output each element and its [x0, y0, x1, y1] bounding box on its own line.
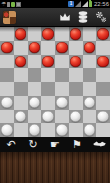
white-piece[interactable] [1, 97, 13, 109]
square-b6[interactable] [14, 55, 28, 69]
square-h5[interactable] [96, 68, 110, 82]
square-e4[interactable] [55, 82, 69, 96]
white-piece[interactable] [56, 124, 68, 136]
square-d7[interactable] [41, 41, 55, 55]
square-b8[interactable] [14, 27, 28, 41]
square-f4[interactable] [69, 82, 83, 96]
signal-icon [75, 1, 81, 7]
game-toolbar: ↶ ↻ ☛ ⚑ [0, 137, 110, 152]
square-d2[interactable] [41, 110, 55, 124]
red-piece[interactable] [97, 28, 109, 40]
red-piece[interactable] [15, 28, 27, 40]
red-piece[interactable] [56, 42, 68, 54]
white-piece[interactable] [42, 111, 54, 123]
square-g7[interactable] [83, 41, 97, 55]
white-piece[interactable] [84, 124, 96, 136]
white-piece[interactable] [84, 97, 96, 109]
square-d3[interactable] [41, 96, 55, 110]
battery-icon [89, 1, 92, 7]
square-d8[interactable] [41, 27, 55, 41]
square-b4[interactable] [14, 82, 28, 96]
red-piece[interactable] [29, 42, 41, 54]
square-g4[interactable] [83, 82, 97, 96]
sdcard-icon [16, 2, 21, 7]
square-c1[interactable] [28, 123, 42, 137]
red-piece[interactable] [1, 42, 13, 54]
green-app-icon [11, 2, 15, 7]
square-g1[interactable] [83, 123, 97, 137]
red-piece[interactable] [42, 28, 54, 40]
gears-icon[interactable] [95, 10, 107, 24]
square-e5[interactable] [55, 68, 69, 82]
square-e1[interactable] [55, 123, 69, 137]
square-f7[interactable] [69, 41, 83, 55]
square-h4[interactable] [96, 82, 110, 96]
hint-button[interactable]: ☛ [48, 138, 62, 151]
draw-offer-handshake-button[interactable] [92, 138, 106, 151]
square-h8[interactable] [96, 27, 110, 41]
white-piece[interactable] [29, 124, 41, 136]
umbrella-icon: ☂ [1, 1, 6, 7]
red-piece[interactable] [15, 56, 27, 68]
square-e7[interactable] [55, 41, 69, 55]
square-a8[interactable] [0, 27, 14, 41]
square-d4[interactable] [41, 82, 55, 96]
restart-button[interactable]: ↻ [26, 138, 40, 151]
white-piece[interactable] [97, 111, 109, 123]
status-left-icons: ☂ [1, 1, 21, 7]
square-h3[interactable] [96, 96, 110, 110]
square-h2[interactable] [96, 110, 110, 124]
square-d5[interactable] [41, 68, 55, 82]
status-bar: ☂ 1 22:56 [0, 0, 110, 8]
square-b7[interactable] [14, 41, 28, 55]
phone-screen: ☂ 1 22:56 [0, 0, 110, 183]
square-c4[interactable] [28, 82, 42, 96]
square-a3[interactable] [0, 96, 14, 110]
square-c8[interactable] [28, 27, 42, 41]
square-a4[interactable] [0, 82, 14, 96]
resign-flag-button[interactable]: ⚑ [70, 138, 84, 151]
white-piece[interactable] [15, 111, 27, 123]
square-c7[interactable] [28, 41, 42, 55]
discs-stack-icon[interactable] [77, 10, 89, 24]
square-f5[interactable] [69, 68, 83, 82]
square-e8[interactable] [55, 27, 69, 41]
red-piece[interactable] [70, 56, 82, 68]
signal-icon [82, 1, 88, 7]
square-g2[interactable] [83, 110, 97, 124]
red-piece[interactable] [97, 56, 109, 68]
square-g3[interactable] [83, 96, 97, 110]
square-e2[interactable] [55, 110, 69, 124]
square-g6[interactable] [83, 55, 97, 69]
square-f8[interactable] [69, 27, 83, 41]
square-c5[interactable] [28, 68, 42, 82]
square-g8[interactable] [83, 27, 97, 41]
white-piece[interactable] [29, 97, 41, 109]
usb-icon [7, 2, 10, 7]
square-h6[interactable] [96, 55, 110, 69]
status-right-icons: 1 22:56 [68, 0, 109, 8]
square-b3[interactable] [14, 96, 28, 110]
square-f1[interactable] [69, 123, 83, 137]
square-f2[interactable] [69, 110, 83, 124]
square-e3[interactable] [55, 96, 69, 110]
square-c6[interactable] [28, 55, 42, 69]
square-g5[interactable] [83, 68, 97, 82]
square-a2[interactable] [0, 110, 14, 124]
white-piece[interactable] [56, 97, 68, 109]
wood-table-background [0, 152, 110, 183]
red-piece[interactable] [84, 42, 96, 54]
square-c2[interactable] [28, 110, 42, 124]
crown-icon[interactable] [59, 10, 71, 24]
square-h1[interactable] [96, 123, 110, 137]
notification-badge: 1 [68, 1, 74, 7]
square-d1[interactable] [41, 123, 55, 137]
square-f3[interactable] [69, 96, 83, 110]
action-bar [0, 8, 110, 27]
checkers-app-icon [3, 11, 16, 24]
undo-button[interactable]: ↶ [4, 138, 18, 151]
square-e6[interactable] [55, 55, 69, 69]
white-piece[interactable] [1, 124, 13, 136]
square-h7[interactable] [96, 41, 110, 55]
square-b5[interactable] [14, 68, 28, 82]
red-piece[interactable] [42, 56, 54, 68]
square-a6[interactable] [0, 55, 14, 69]
square-d6[interactable] [41, 55, 55, 69]
white-piece[interactable] [70, 111, 82, 123]
square-a7[interactable] [0, 41, 14, 55]
square-b2[interactable] [14, 110, 28, 124]
action-bar-buttons [59, 10, 107, 24]
square-f6[interactable] [69, 55, 83, 69]
square-a1[interactable] [0, 123, 14, 137]
red-piece[interactable] [70, 28, 82, 40]
status-clock: 22:56 [94, 0, 109, 8]
square-b1[interactable] [14, 123, 28, 137]
board [0, 27, 110, 137]
square-a5[interactable] [0, 68, 14, 82]
square-c3[interactable] [28, 96, 42, 110]
